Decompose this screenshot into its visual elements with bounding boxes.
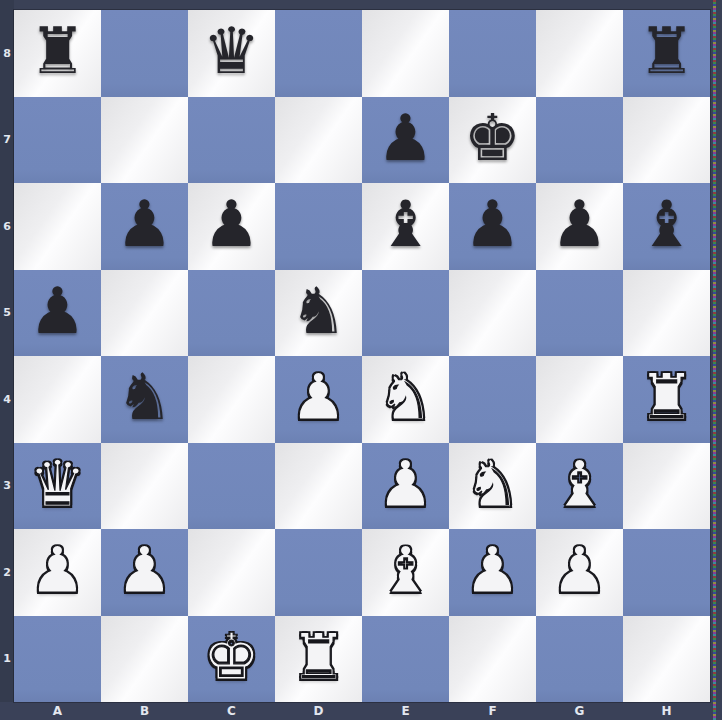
square-d2[interactable] [275,529,362,616]
square-d7[interactable] [275,97,362,184]
square-e4[interactable]: ♞ [362,356,449,443]
square-d1[interactable]: ♜ [275,616,362,703]
piece-black-bishop-h6[interactable]: ♝ [638,192,695,256]
square-f5[interactable] [449,270,536,357]
square-f4[interactable] [449,356,536,443]
piece-white-bishop-e2[interactable]: ♝ [377,538,434,602]
square-c7[interactable] [188,97,275,184]
square-d5[interactable]: ♞ [275,270,362,357]
square-e5[interactable] [362,270,449,357]
piece-white-pawn-d4[interactable]: ♟ [290,365,347,429]
square-h7[interactable] [623,97,710,184]
square-e2[interactable]: ♝ [362,529,449,616]
square-b5[interactable] [101,270,188,357]
rank-label-6: 6 [0,183,14,270]
square-e6[interactable]: ♝ [362,183,449,270]
piece-black-rook-h8[interactable]: ♜ [638,19,695,83]
square-f2[interactable]: ♟ [449,529,536,616]
square-a7[interactable] [14,97,101,184]
square-a5[interactable]: ♟ [14,270,101,357]
square-g6[interactable]: ♟ [536,183,623,270]
piece-black-rook-a8[interactable]: ♜ [29,19,86,83]
rank-label-2: 2 [0,529,14,616]
piece-white-pawn-a2[interactable]: ♟ [29,538,86,602]
square-a1[interactable] [14,616,101,703]
piece-black-queen-c8[interactable]: ♛ [203,19,260,83]
square-h5[interactable] [623,270,710,357]
chess-board: ♜♛♜♟♚♟♟♝♟♟♝♟♞♞♟♞♜♛♟♞♝♟♟♝♟♟♚♜ [14,10,710,702]
square-e7[interactable]: ♟ [362,97,449,184]
square-h4[interactable]: ♜ [623,356,710,443]
file-label-c: C [188,702,275,720]
square-c1[interactable]: ♚ [188,616,275,703]
square-g2[interactable]: ♟ [536,529,623,616]
piece-white-pawn-e3[interactable]: ♟ [377,452,434,516]
piece-black-king-f7[interactable]: ♚ [464,106,521,170]
square-b3[interactable] [101,443,188,530]
rank-label-8: 8 [0,10,14,97]
piece-black-pawn-e7[interactable]: ♟ [377,106,434,170]
square-c3[interactable] [188,443,275,530]
piece-white-king-c1[interactable]: ♚ [203,625,260,689]
square-e3[interactable]: ♟ [362,443,449,530]
file-label-f: F [449,702,536,720]
square-h1[interactable] [623,616,710,703]
piece-black-bishop-e6[interactable]: ♝ [377,192,434,256]
square-h3[interactable] [623,443,710,530]
square-b2[interactable]: ♟ [101,529,188,616]
square-e1[interactable] [362,616,449,703]
piece-black-pawn-f6[interactable]: ♟ [464,192,521,256]
square-d4[interactable]: ♟ [275,356,362,443]
square-f3[interactable]: ♞ [449,443,536,530]
square-c4[interactable] [188,356,275,443]
rank-label-4: 4 [0,356,14,443]
piece-white-knight-e4[interactable]: ♞ [377,365,434,429]
square-g8[interactable] [536,10,623,97]
square-f6[interactable]: ♟ [449,183,536,270]
video-noise-artifact [713,0,716,720]
square-e8[interactable] [362,10,449,97]
piece-white-pawn-f2[interactable]: ♟ [464,538,521,602]
square-d3[interactable] [275,443,362,530]
square-b4[interactable]: ♞ [101,356,188,443]
piece-white-knight-f3[interactable]: ♞ [464,452,521,516]
square-a8[interactable]: ♜ [14,10,101,97]
square-b1[interactable] [101,616,188,703]
file-label-h: H [623,702,710,720]
square-g4[interactable] [536,356,623,443]
square-h2[interactable] [623,529,710,616]
square-d6[interactable] [275,183,362,270]
square-c6[interactable]: ♟ [188,183,275,270]
square-f1[interactable] [449,616,536,703]
piece-white-queen-a3[interactable]: ♛ [29,452,86,516]
square-g7[interactable] [536,97,623,184]
piece-white-rook-d1[interactable]: ♜ [290,625,347,689]
piece-white-pawn-g2[interactable]: ♟ [551,538,608,602]
piece-black-pawn-b6[interactable]: ♟ [116,192,173,256]
rank-label-3: 3 [0,443,14,530]
file-label-b: B [101,702,188,720]
square-h6[interactable]: ♝ [623,183,710,270]
file-label-e: E [362,702,449,720]
square-b7[interactable] [101,97,188,184]
square-a3[interactable]: ♛ [14,443,101,530]
square-a4[interactable] [14,356,101,443]
piece-black-knight-b4[interactable]: ♞ [116,365,173,429]
piece-white-bishop-g3[interactable]: ♝ [551,452,608,516]
square-f7[interactable]: ♚ [449,97,536,184]
square-f8[interactable] [449,10,536,97]
square-a2[interactable]: ♟ [14,529,101,616]
rank-label-7: 7 [0,97,14,184]
square-h8[interactable]: ♜ [623,10,710,97]
piece-white-pawn-b2[interactable]: ♟ [116,538,173,602]
file-label-a: A [14,702,101,720]
file-label-d: D [275,702,362,720]
square-b6[interactable]: ♟ [101,183,188,270]
square-b8[interactable] [101,10,188,97]
square-c8[interactable]: ♛ [188,10,275,97]
piece-white-rook-h4[interactable]: ♜ [638,365,695,429]
square-g3[interactable]: ♝ [536,443,623,530]
piece-black-pawn-a5[interactable]: ♟ [29,279,86,343]
square-a6[interactable] [14,183,101,270]
rank-label-5: 5 [0,270,14,357]
square-g5[interactable] [536,270,623,357]
piece-black-pawn-g6[interactable]: ♟ [551,192,608,256]
square-g1[interactable] [536,616,623,703]
piece-black-knight-d5[interactable]: ♞ [290,279,347,343]
square-d8[interactable] [275,10,362,97]
piece-black-pawn-c6[interactable]: ♟ [203,192,260,256]
square-c2[interactable] [188,529,275,616]
square-c5[interactable] [188,270,275,357]
rank-label-1: 1 [0,616,14,703]
file-label-g: G [536,702,623,720]
